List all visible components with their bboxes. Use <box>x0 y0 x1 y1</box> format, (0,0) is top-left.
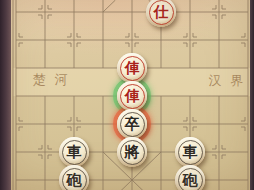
piece-black-soldier[interactable]: 卒 <box>117 109 147 139</box>
piece-glyph: 車 <box>183 145 198 160</box>
letterbox-left <box>0 0 11 190</box>
xiangqi-screenshot: 楚河 汉界 仕俥俥卒將車車砲砲 <box>0 0 254 190</box>
piece-red-chariot[interactable]: 俥 <box>117 53 147 83</box>
piece-glyph: 仕 <box>154 5 169 20</box>
river-label-right: 汉界 <box>200 72 253 90</box>
xiangqi-board[interactable]: 楚河 汉界 仕俥俥卒將車車砲砲 <box>0 0 254 190</box>
piece-glyph: 將 <box>125 145 140 160</box>
piece-black-cannon[interactable]: 砲 <box>59 165 89 190</box>
piece-glyph: 車 <box>67 145 82 160</box>
piece-black-general[interactable]: 將 <box>117 137 147 167</box>
piece-glyph: 卒 <box>125 117 140 132</box>
piece-glyph: 俥 <box>125 61 140 76</box>
letterbox-right <box>250 0 254 190</box>
piece-glyph: 砲 <box>67 173 82 188</box>
piece-red-chariot[interactable]: 俥 <box>117 81 147 111</box>
piece-glyph: 俥 <box>125 89 140 104</box>
piece-glyph: 砲 <box>183 173 198 188</box>
river-label-left: 楚河 <box>24 71 77 89</box>
piece-black-cannon[interactable]: 砲 <box>175 165 205 190</box>
piece-black-chariot[interactable]: 車 <box>59 137 89 167</box>
piece-black-chariot[interactable]: 車 <box>175 137 205 167</box>
